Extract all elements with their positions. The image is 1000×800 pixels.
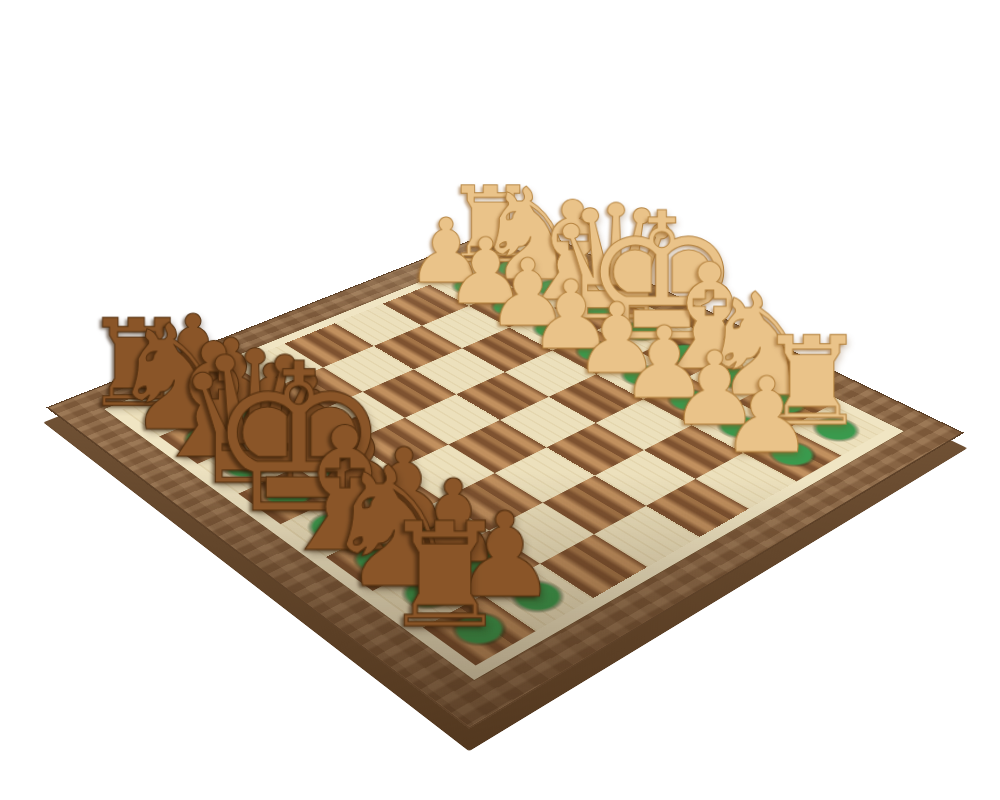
perspective-stage: ♜♞♝♛♚♝♞♜♟♟♟♟♟♟♟♟♟♟♟♟♟♟♟♟♜♞♝♛♚♝♞♜: [0, 0, 1000, 800]
product-photo-scene: ♜♞♝♛♚♝♞♜♟♟♟♟♟♟♟♟♟♟♟♟♟♟♟♟♜♞♝♛♚♝♞♜: [0, 0, 1000, 800]
chess-board: ♜♞♝♛♚♝♞♜♟♟♟♟♟♟♟♟♟♟♟♟♟♟♟♟♜♞♝♛♚♝♞♜: [46, 221, 964, 730]
board-grid: ♜♞♝♛♚♝♞♜♟♟♟♟♟♟♟♟♟♟♟♟♟♟♟♟♜♞♝♛♚♝♞♜: [122, 249, 885, 665]
piece-white-pawn: ♟: [673, 364, 861, 469]
piece-black-rook: ♜: [337, 504, 554, 649]
